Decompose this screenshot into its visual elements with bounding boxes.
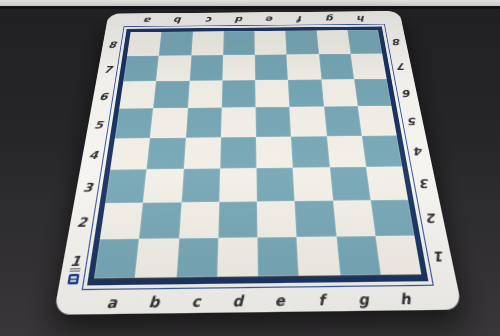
square-d5 bbox=[221, 108, 256, 137]
table-edge-strip bbox=[0, 0, 500, 9]
square-a8 bbox=[127, 32, 162, 56]
file-label-top-h: h bbox=[356, 13, 365, 23]
photo-scene: abcdefghabcdefgh8765432187654321 bbox=[0, 0, 500, 336]
square-e7 bbox=[255, 55, 288, 81]
square-d1 bbox=[217, 237, 258, 277]
square-d4 bbox=[220, 137, 257, 169]
file-label-bottom-g: g bbox=[357, 290, 370, 308]
square-g8 bbox=[316, 30, 350, 54]
file-label-bottom-a: a bbox=[106, 293, 118, 311]
square-f7 bbox=[287, 54, 321, 80]
square-f2 bbox=[295, 200, 336, 236]
square-f8 bbox=[285, 30, 318, 54]
file-label-bottom-e: e bbox=[274, 291, 285, 309]
file-label-bottom-f: f bbox=[318, 290, 326, 308]
square-e3 bbox=[256, 167, 294, 201]
square-d8 bbox=[223, 31, 255, 55]
square-h5 bbox=[358, 106, 397, 135]
square-d6 bbox=[222, 80, 256, 108]
rank-label-left-7: 7 bbox=[103, 64, 113, 75]
board-frame-outer-line bbox=[82, 24, 434, 290]
square-f1 bbox=[297, 236, 340, 275]
square-c1 bbox=[176, 238, 218, 278]
rank-label-right-3: 3 bbox=[419, 176, 431, 190]
file-label-bottom-d: d bbox=[232, 291, 243, 309]
square-g2 bbox=[333, 200, 376, 236]
file-label-top-b: b bbox=[174, 15, 183, 25]
rank-label-left-6: 6 bbox=[98, 90, 108, 102]
square-c4 bbox=[183, 137, 220, 169]
mat-surface: abcdefghabcdefgh8765432187654321 bbox=[54, 11, 463, 315]
square-c7 bbox=[189, 55, 223, 81]
file-label-bottom-b: b bbox=[148, 292, 160, 310]
square-g7 bbox=[319, 54, 354, 80]
square-c8 bbox=[191, 31, 224, 55]
square-h6 bbox=[354, 79, 392, 106]
square-a3 bbox=[105, 169, 147, 203]
square-e5 bbox=[256, 107, 292, 136]
square-b3 bbox=[143, 169, 183, 203]
file-label-bottom-c: c bbox=[191, 292, 201, 310]
square-e6 bbox=[255, 80, 289, 107]
square-f6 bbox=[288, 80, 323, 107]
file-label-top-a: a bbox=[144, 15, 153, 25]
square-g6 bbox=[321, 79, 358, 106]
file-label-top-g: g bbox=[326, 13, 335, 23]
square-d7 bbox=[222, 55, 255, 81]
rank-label-left-5: 5 bbox=[93, 118, 104, 131]
square-h2 bbox=[370, 200, 414, 236]
file-label-top-c: c bbox=[206, 15, 213, 25]
rank-label-right-5: 5 bbox=[407, 115, 418, 127]
square-h3 bbox=[366, 166, 408, 200]
brand-logo-icon bbox=[67, 266, 81, 285]
rank-label-left-4: 4 bbox=[88, 148, 99, 161]
coordinate-labels: abcdefghabcdefgh8765432187654321 bbox=[108, 11, 399, 14]
square-f4 bbox=[291, 136, 329, 168]
file-label-top-f: f bbox=[298, 14, 303, 24]
square-h4 bbox=[362, 135, 403, 166]
square-b5 bbox=[150, 108, 187, 137]
square-h7 bbox=[350, 54, 386, 80]
square-a7 bbox=[123, 56, 159, 82]
file-label-top-d: d bbox=[236, 14, 244, 24]
square-b7 bbox=[156, 55, 191, 81]
board-frame-thick-line bbox=[87, 27, 428, 286]
rank-label-right-2: 2 bbox=[425, 210, 438, 225]
square-b8 bbox=[159, 32, 193, 56]
square-b6 bbox=[153, 81, 189, 109]
square-e2 bbox=[257, 201, 297, 238]
chess-board bbox=[94, 30, 422, 280]
square-b4 bbox=[147, 137, 186, 169]
square-a4 bbox=[110, 138, 150, 170]
square-c5 bbox=[185, 108, 221, 137]
square-e1 bbox=[257, 237, 298, 276]
rank-label-left-8: 8 bbox=[107, 39, 117, 49]
square-f5 bbox=[290, 107, 327, 136]
rank-label-left-3: 3 bbox=[82, 180, 94, 194]
file-label-bottom-h: h bbox=[398, 289, 411, 307]
square-h8 bbox=[347, 30, 382, 54]
chess-mat: abcdefghabcdefgh8765432187654321 bbox=[54, 11, 463, 315]
square-h1 bbox=[375, 235, 421, 274]
square-g4 bbox=[326, 135, 365, 166]
square-e8 bbox=[254, 31, 286, 55]
rank-label-right-6: 6 bbox=[401, 87, 412, 99]
rank-label-right-4: 4 bbox=[413, 144, 424, 157]
square-c6 bbox=[187, 81, 222, 109]
square-d2 bbox=[218, 201, 257, 238]
square-a1 bbox=[94, 239, 139, 279]
file-label-top-e: e bbox=[266, 14, 274, 24]
square-f3 bbox=[293, 167, 333, 201]
square-g3 bbox=[329, 167, 370, 201]
square-g5 bbox=[324, 106, 362, 135]
square-c3 bbox=[181, 168, 220, 202]
square-g1 bbox=[336, 236, 381, 275]
rank-label-left-2: 2 bbox=[76, 214, 88, 230]
square-a6 bbox=[119, 81, 156, 109]
rank-label-right-8: 8 bbox=[392, 37, 402, 47]
rank-label-right-1: 1 bbox=[433, 247, 446, 264]
square-d3 bbox=[219, 168, 257, 202]
square-a5 bbox=[115, 109, 153, 139]
square-a2 bbox=[100, 202, 143, 239]
square-b2 bbox=[139, 202, 181, 239]
rank-label-right-7: 7 bbox=[396, 61, 406, 72]
square-b1 bbox=[135, 238, 179, 278]
square-e4 bbox=[256, 136, 293, 168]
square-c2 bbox=[179, 202, 219, 239]
